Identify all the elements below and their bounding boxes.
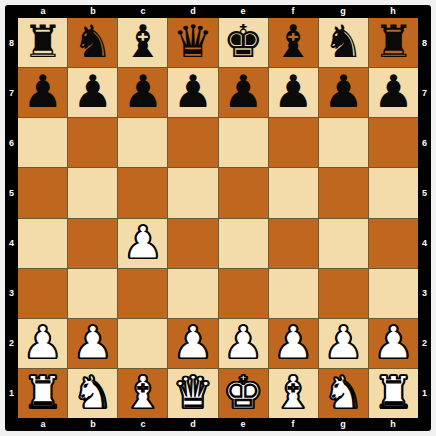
- square-b8[interactable]: ♞: [68, 18, 117, 67]
- square-b5[interactable]: [68, 168, 117, 217]
- coordinate-label-1: 1: [5, 368, 18, 418]
- white-knight-g1[interactable]: ♞: [323, 370, 363, 415]
- white-rook-h1[interactable]: ♜: [373, 370, 413, 415]
- square-g5[interactable]: [319, 168, 368, 217]
- square-c6[interactable]: [118, 118, 167, 167]
- square-g4[interactable]: [319, 219, 368, 268]
- coordinate-label-8: 8: [418, 18, 431, 68]
- square-a7[interactable]: ♟: [18, 68, 67, 117]
- square-b7[interactable]: ♟: [68, 68, 117, 117]
- square-f1[interactable]: ♝: [269, 369, 318, 418]
- square-g6[interactable]: [319, 118, 368, 167]
- square-e5[interactable]: [219, 168, 268, 217]
- square-g1[interactable]: ♞: [319, 369, 368, 418]
- square-b6[interactable]: [68, 118, 117, 167]
- square-h1[interactable]: ♜: [369, 369, 418, 418]
- white-king-e1[interactable]: ♚: [223, 370, 263, 415]
- square-e7[interactable]: ♟: [219, 68, 268, 117]
- coordinate-label-c: c: [118, 418, 168, 431]
- coordinate-label-e: e: [218, 418, 268, 431]
- square-c1[interactable]: ♝: [118, 369, 167, 418]
- coordinate-label-8: 8: [5, 18, 18, 68]
- square-d4[interactable]: [168, 219, 217, 268]
- coordinate-label-h: h: [368, 418, 418, 431]
- square-d5[interactable]: [168, 168, 217, 217]
- coordinate-label-g: g: [318, 418, 368, 431]
- square-h5[interactable]: [369, 168, 418, 217]
- black-pawn-e7[interactable]: ♟: [223, 69, 263, 114]
- black-bishop-c8[interactable]: ♝: [123, 19, 163, 64]
- coordinate-label-3: 3: [418, 268, 431, 318]
- coordinate-label-2: 2: [5, 318, 18, 368]
- coordinate-label-2: 2: [418, 318, 431, 368]
- square-h7[interactable]: ♟: [369, 68, 418, 117]
- white-pawn-c4[interactable]: ♟: [123, 220, 163, 265]
- white-rook-a1[interactable]: ♜: [22, 370, 62, 415]
- coordinate-label-7: 7: [5, 68, 18, 118]
- square-e3[interactable]: [219, 269, 268, 318]
- square-h3[interactable]: [369, 269, 418, 318]
- black-pawn-f7[interactable]: ♟: [273, 69, 313, 114]
- coordinate-label-b: b: [68, 418, 118, 431]
- square-f5[interactable]: [269, 168, 318, 217]
- coordinate-label-d: d: [168, 418, 218, 431]
- black-knight-g8[interactable]: ♞: [323, 19, 363, 64]
- black-bishop-f8[interactable]: ♝: [273, 19, 313, 64]
- board-frame: abcdefgh abcdefgh 87654321 87654321 ♜♞♝♛…: [5, 5, 431, 431]
- coordinate-label-6: 6: [5, 118, 18, 168]
- square-g7[interactable]: ♟: [319, 68, 368, 117]
- square-f8[interactable]: ♝: [269, 18, 318, 67]
- black-king-e8[interactable]: ♚: [223, 19, 263, 64]
- square-a2[interactable]: ♟: [18, 319, 67, 368]
- black-pawn-a7[interactable]: ♟: [22, 69, 62, 114]
- square-h2[interactable]: ♟: [369, 319, 418, 368]
- square-c2[interactable]: [118, 319, 167, 368]
- black-pawn-d7[interactable]: ♟: [173, 69, 213, 114]
- coordinate-label-5: 5: [418, 168, 431, 218]
- coordinate-label-5: 5: [5, 168, 18, 218]
- coordinate-label-3: 3: [5, 268, 18, 318]
- black-pawn-h7[interactable]: ♟: [373, 69, 413, 114]
- square-a4[interactable]: [18, 219, 67, 268]
- square-d2[interactable]: ♟: [168, 319, 217, 368]
- coordinate-label-4: 4: [418, 218, 431, 268]
- white-pawn-e2[interactable]: ♟: [223, 320, 263, 365]
- square-c7[interactable]: ♟: [118, 68, 167, 117]
- square-b4[interactable]: [68, 219, 117, 268]
- square-e8[interactable]: ♚: [219, 18, 268, 67]
- square-g8[interactable]: ♞: [319, 18, 368, 67]
- square-a8[interactable]: ♜: [18, 18, 67, 67]
- black-rook-a8[interactable]: ♜: [22, 19, 62, 64]
- square-b1[interactable]: ♞: [68, 369, 117, 418]
- square-b3[interactable]: [68, 269, 117, 318]
- square-f2[interactable]: ♟: [269, 319, 318, 368]
- square-d6[interactable]: [168, 118, 217, 167]
- square-d8[interactable]: ♛: [168, 18, 217, 67]
- square-e4[interactable]: [219, 219, 268, 268]
- square-e2[interactable]: ♟: [219, 319, 268, 368]
- coordinate-label-a: a: [18, 418, 68, 431]
- white-bishop-c1[interactable]: ♝: [123, 370, 163, 415]
- coordinate-label-6: 6: [418, 118, 431, 168]
- square-h4[interactable]: [369, 219, 418, 268]
- black-rook-h8[interactable]: ♜: [373, 19, 413, 64]
- white-pawn-a2[interactable]: ♟: [22, 320, 62, 365]
- white-pawn-f2[interactable]: ♟: [273, 320, 313, 365]
- black-queen-d8[interactable]: ♛: [173, 19, 213, 64]
- square-a5[interactable]: [18, 168, 67, 217]
- white-queen-d1[interactable]: ♛: [173, 370, 213, 415]
- rank-labels-left: 87654321: [5, 18, 18, 418]
- board: ♜♞♝♛♚♝♞♜♟♟♟♟♟♟♟♟♟♟♟♟♟♟♟♟♜♞♝♛♚♝♞♜: [18, 18, 418, 418]
- square-c8[interactable]: ♝: [118, 18, 167, 67]
- white-pawn-b2[interactable]: ♟: [73, 320, 113, 365]
- coordinate-label-f: f: [268, 418, 318, 431]
- square-c4[interactable]: ♟: [118, 219, 167, 268]
- white-pawn-h2[interactable]: ♟: [373, 320, 413, 365]
- square-d7[interactable]: ♟: [168, 68, 217, 117]
- white-pawn-g2[interactable]: ♟: [323, 320, 363, 365]
- square-a1[interactable]: ♜: [18, 369, 67, 418]
- white-bishop-f1[interactable]: ♝: [273, 370, 313, 415]
- square-f4[interactable]: [269, 219, 318, 268]
- square-f6[interactable]: [269, 118, 318, 167]
- square-h8[interactable]: ♜: [369, 18, 418, 67]
- square-h6[interactable]: [369, 118, 418, 167]
- square-g3[interactable]: [319, 269, 368, 318]
- square-f3[interactable]: [269, 269, 318, 318]
- square-c3[interactable]: [118, 269, 167, 318]
- square-d3[interactable]: [168, 269, 217, 318]
- square-f7[interactable]: ♟: [269, 68, 318, 117]
- square-c5[interactable]: [118, 168, 167, 217]
- square-d1[interactable]: ♛: [168, 369, 217, 418]
- black-pawn-c7[interactable]: ♟: [123, 69, 163, 114]
- square-g2[interactable]: ♟: [319, 319, 368, 368]
- white-pawn-d2[interactable]: ♟: [173, 320, 213, 365]
- square-e1[interactable]: ♚: [219, 369, 268, 418]
- square-b2[interactable]: ♟: [68, 319, 117, 368]
- black-pawn-g7[interactable]: ♟: [323, 69, 363, 114]
- file-labels-bottom: abcdefgh: [18, 418, 418, 431]
- square-a3[interactable]: [18, 269, 67, 318]
- rank-labels-right: 87654321: [418, 18, 431, 418]
- coordinate-label-1: 1: [418, 368, 431, 418]
- black-knight-b8[interactable]: ♞: [73, 19, 113, 64]
- white-knight-b1[interactable]: ♞: [73, 370, 113, 415]
- coordinate-label-7: 7: [418, 68, 431, 118]
- black-pawn-b7[interactable]: ♟: [73, 69, 113, 114]
- coordinate-label-4: 4: [5, 218, 18, 268]
- square-e6[interactable]: [219, 118, 268, 167]
- square-a6[interactable]: [18, 118, 67, 167]
